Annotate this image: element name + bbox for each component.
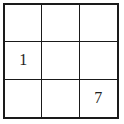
grid-cell-r1c1[interactable] (5, 5, 42, 42)
grid-cell-r1c2[interactable] (42, 5, 79, 42)
grid-cell-r3c1[interactable] (5, 80, 42, 117)
grid-cell-r3c3[interactable]: 7 (80, 80, 117, 117)
grid-cell-r2c1[interactable]: 1 (5, 42, 42, 79)
grid-cell-r2c3[interactable] (80, 42, 117, 79)
grid-cell-r3c2[interactable] (42, 80, 79, 117)
grid-cell-r1c3[interactable] (80, 5, 117, 42)
puzzle-board: 1 7 (3, 3, 119, 119)
grid-cell-r2c2[interactable] (42, 42, 79, 79)
